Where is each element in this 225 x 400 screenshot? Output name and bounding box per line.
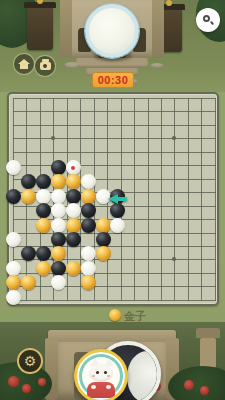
camera-icon <box>40 62 51 70</box>
star-point <box>172 257 176 261</box>
pagoda-left <box>27 6 53 50</box>
replay-camera-button[interactable] <box>34 55 56 77</box>
gold-coin-icon <box>109 309 121 321</box>
red-flower <box>184 380 194 390</box>
red-flower <box>200 386 209 395</box>
ground-rock <box>64 62 80 69</box>
red-flower <box>8 376 19 387</box>
player-avatar-badge[interactable] <box>74 349 128 400</box>
stone-lantern-cap <box>196 328 220 338</box>
bottom-scene-decoration: ⚙ <box>0 322 225 400</box>
search-button[interactable] <box>196 8 220 32</box>
shrine-column-left <box>60 0 72 58</box>
timer-text: 00:30 <box>98 74 129 86</box>
home-icon <box>18 59 30 69</box>
ground-rock <box>150 63 164 69</box>
search-icon <box>202 14 214 26</box>
turn-timer: 00:30 <box>92 72 134 88</box>
star-point <box>51 136 55 140</box>
pagoda-right-finial <box>166 0 172 6</box>
shrine-column-right <box>152 0 164 58</box>
star-point <box>172 136 176 140</box>
settings-button[interactable]: ⚙ <box>17 348 43 374</box>
game-board[interactable] <box>7 92 219 306</box>
gear-icon: ⚙ <box>24 354 37 368</box>
home-button[interactable] <box>13 53 35 75</box>
game-screen: 00:30 金子 ⚙ <box>0 0 225 400</box>
giant-stone-orb <box>85 4 139 58</box>
red-flower <box>22 384 31 393</box>
board-grid <box>13 98 216 301</box>
stone-lantern-body <box>200 338 216 368</box>
star-point <box>51 257 55 261</box>
red-flower <box>38 378 46 386</box>
